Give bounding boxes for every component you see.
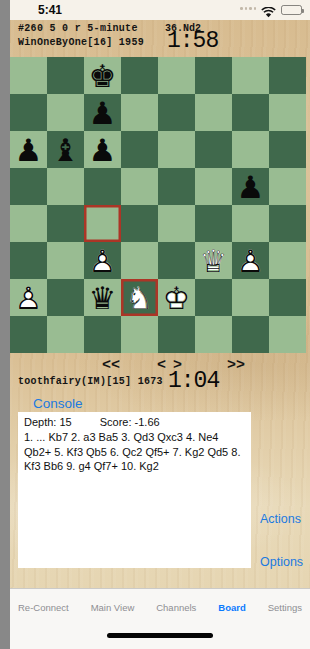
square-b7[interactable] bbox=[47, 94, 84, 131]
actions-link[interactable]: Actions bbox=[260, 512, 301, 526]
square-a1[interactable] bbox=[10, 316, 47, 353]
square-c7[interactable]: ♟ bbox=[84, 94, 121, 131]
square-b2[interactable] bbox=[47, 279, 84, 316]
black-queen-piece[interactable]: ♛ bbox=[84, 279, 121, 316]
tab-board[interactable]: Board bbox=[218, 602, 245, 613]
white-pawn-piece-outline: ♙ bbox=[84, 242, 121, 279]
tab-channels[interactable]: Channels bbox=[156, 602, 196, 613]
top-player-clock: 1:58 bbox=[167, 28, 218, 54]
square-g1[interactable] bbox=[232, 316, 269, 353]
square-a8[interactable] bbox=[10, 57, 47, 94]
square-f2[interactable] bbox=[195, 279, 232, 316]
square-c8[interactable]: ♚ bbox=[84, 57, 121, 94]
white-king-piece-outline: ♔ bbox=[158, 279, 195, 316]
square-b5[interactable] bbox=[47, 168, 84, 205]
square-f8[interactable] bbox=[195, 57, 232, 94]
black-pawn-piece[interactable]: ♟ bbox=[232, 168, 269, 205]
square-g8[interactable] bbox=[232, 57, 269, 94]
square-d3[interactable] bbox=[121, 242, 158, 279]
square-e7[interactable] bbox=[158, 94, 195, 131]
square-f4[interactable] bbox=[195, 205, 232, 242]
square-c3[interactable]: ♟♙ bbox=[84, 242, 121, 279]
square-c1[interactable] bbox=[84, 316, 121, 353]
home-indicator[interactable] bbox=[107, 633, 213, 638]
app-screen: 5:41 #260 5 0 r 5-minute 36.Nd2 WinOneBy… bbox=[10, 0, 310, 649]
wifi-icon bbox=[261, 4, 276, 15]
square-g3[interactable]: ♟♙ bbox=[232, 242, 269, 279]
engine-analysis-line: 1. ... Kb7 2. a3 Ba5 3. Qd3 Qxc3 4. Ne4 … bbox=[24, 430, 245, 474]
status-time: 5:41 bbox=[38, 3, 62, 17]
square-a7[interactable] bbox=[10, 94, 47, 131]
square-c4[interactable] bbox=[84, 205, 121, 242]
tab-settings[interactable]: Settings bbox=[268, 602, 302, 613]
square-e4[interactable] bbox=[158, 205, 195, 242]
square-c5[interactable] bbox=[84, 168, 121, 205]
square-b1[interactable] bbox=[47, 316, 84, 353]
nav-first-button[interactable]: << bbox=[102, 357, 120, 374]
square-d5[interactable] bbox=[121, 168, 158, 205]
square-f5[interactable] bbox=[195, 168, 232, 205]
square-d8[interactable] bbox=[121, 57, 158, 94]
square-a5[interactable] bbox=[10, 168, 47, 205]
square-b6[interactable]: ♝ bbox=[47, 131, 84, 168]
square-h6[interactable] bbox=[269, 131, 306, 168]
top-player-name: WinOneByOne[16] 1959 bbox=[18, 37, 144, 48]
square-a2[interactable]: ♟♙ bbox=[10, 279, 47, 316]
square-d6[interactable] bbox=[121, 131, 158, 168]
square-a3[interactable] bbox=[10, 242, 47, 279]
black-pawn-piece[interactable]: ♟ bbox=[84, 94, 121, 131]
square-h7[interactable] bbox=[269, 94, 306, 131]
square-g2[interactable] bbox=[232, 279, 269, 316]
white-pawn-piece-outline: ♙ bbox=[232, 242, 269, 279]
square-f6[interactable] bbox=[195, 131, 232, 168]
white-queen-piece-outline: ♕ bbox=[195, 242, 232, 279]
square-h3[interactable] bbox=[269, 242, 306, 279]
square-c6[interactable]: ♟ bbox=[84, 131, 121, 168]
battery-icon bbox=[281, 5, 302, 15]
engine-depth: Depth: 15 bbox=[24, 416, 72, 428]
bottom-player-clock: 1:04 bbox=[168, 368, 219, 394]
options-link[interactable]: Options bbox=[260, 555, 303, 569]
square-a6[interactable]: ♟ bbox=[10, 131, 47, 168]
square-b8[interactable] bbox=[47, 57, 84, 94]
engine-console: Depth: 15Score: -1.66 1. ... Kb7 2. a3 B… bbox=[18, 412, 251, 568]
black-pawn-piece[interactable]: ♟ bbox=[10, 131, 47, 168]
square-e6[interactable] bbox=[158, 131, 195, 168]
square-d4[interactable] bbox=[121, 205, 158, 242]
square-b3[interactable] bbox=[47, 242, 84, 279]
console-link[interactable]: Console bbox=[33, 396, 83, 411]
nav-prev-button[interactable]: < bbox=[157, 357, 166, 374]
black-pawn-piece[interactable]: ♟ bbox=[84, 131, 121, 168]
game-header: #260 5 0 r 5-minute 36.Nd2 WinOneByOne[1… bbox=[10, 20, 310, 57]
square-f1[interactable] bbox=[195, 316, 232, 353]
white-pawn-piece-outline: ♙ bbox=[10, 279, 47, 316]
tab-main-view[interactable]: Main View bbox=[91, 602, 135, 613]
chess-board[interactable]: ♚♟♟♝♟♟♟♙♛♕♟♙♟♙♛♞♘♚♔ bbox=[10, 57, 306, 353]
status-bar: 5:41 bbox=[10, 0, 310, 20]
square-f3[interactable]: ♛♕ bbox=[195, 242, 232, 279]
square-g6[interactable] bbox=[232, 131, 269, 168]
square-h4[interactable] bbox=[269, 205, 306, 242]
black-bishop-piece[interactable]: ♝ bbox=[47, 131, 84, 168]
square-g5[interactable]: ♟ bbox=[232, 168, 269, 205]
tab-re-connect[interactable]: Re-Connect bbox=[18, 602, 69, 613]
game-info: #260 5 0 r 5-minute bbox=[18, 23, 138, 34]
square-h2[interactable] bbox=[269, 279, 306, 316]
cellular-signal-icon bbox=[240, 7, 256, 12]
square-b4[interactable] bbox=[47, 205, 84, 242]
black-king-piece[interactable]: ♚ bbox=[84, 57, 121, 94]
bottom-player-name: toothfairy(IM)[15] 1673 bbox=[18, 376, 163, 387]
square-e8[interactable] bbox=[158, 57, 195, 94]
square-d2[interactable]: ♞♘ bbox=[121, 279, 158, 316]
tab-bar: Re-ConnectMain ViewChannelsBoardSettings bbox=[10, 588, 310, 649]
square-d1[interactable] bbox=[121, 316, 158, 353]
square-g7[interactable] bbox=[232, 94, 269, 131]
square-c2[interactable]: ♛ bbox=[84, 279, 121, 316]
square-d7[interactable] bbox=[121, 94, 158, 131]
square-e1[interactable] bbox=[158, 316, 195, 353]
square-h8[interactable] bbox=[269, 57, 306, 94]
square-a4[interactable] bbox=[10, 205, 47, 242]
square-f7[interactable] bbox=[195, 94, 232, 131]
white-knight-piece-outline: ♘ bbox=[121, 279, 158, 316]
square-e2[interactable]: ♚♔ bbox=[158, 279, 195, 316]
nav-last-button[interactable]: >> bbox=[227, 357, 245, 374]
square-e3[interactable] bbox=[158, 242, 195, 279]
square-e5[interactable] bbox=[158, 168, 195, 205]
square-g4[interactable] bbox=[232, 205, 269, 242]
square-h1[interactable] bbox=[269, 316, 306, 353]
square-h5[interactable] bbox=[269, 168, 306, 205]
engine-score: Score: -1.66 bbox=[100, 416, 160, 428]
